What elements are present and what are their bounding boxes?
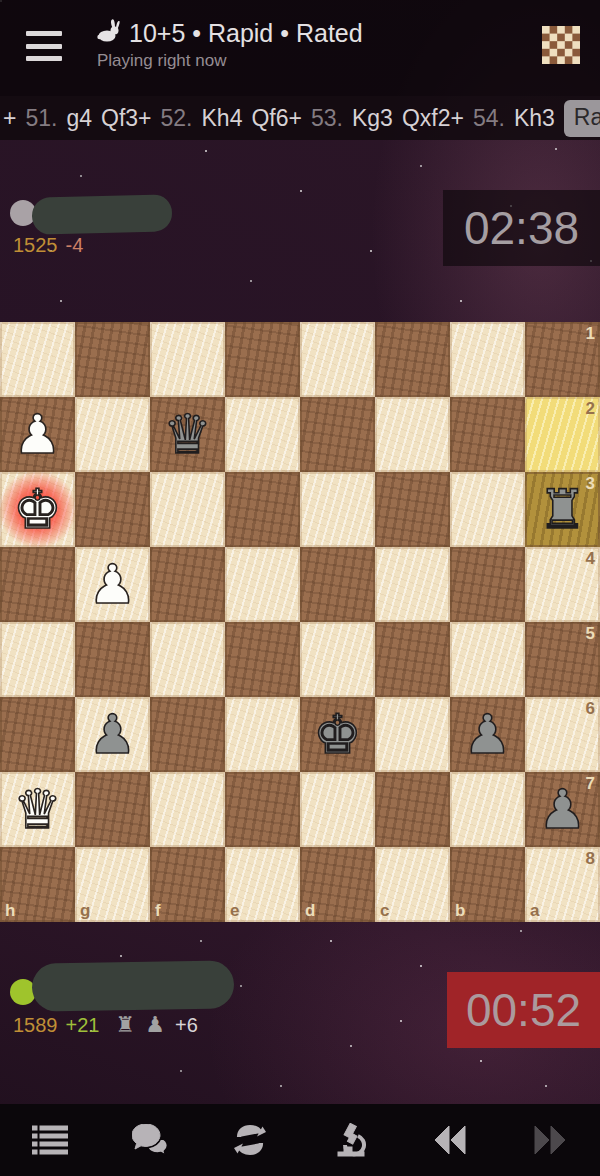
game-title: 10+5 • Rapid • Rated — [129, 19, 363, 48]
square-h8[interactable]: h — [0, 847, 75, 922]
square-d6[interactable]: ♚ — [300, 697, 375, 772]
top-player-rating-diff: -4 — [66, 234, 84, 257]
rank-label-2: 2 — [586, 399, 595, 419]
square-f8[interactable]: f — [150, 847, 225, 922]
rank-label-7: 7 — [586, 774, 595, 794]
move-token[interactable]: Qf3+ — [101, 105, 152, 132]
chat-button[interactable] — [120, 1116, 180, 1164]
game-status: Playing right now — [97, 51, 363, 71]
move-token[interactable]: Kg3 — [352, 105, 393, 132]
top-player-clock: 02:38 — [443, 190, 600, 266]
square-c5[interactable] — [375, 622, 450, 697]
square-g6[interactable]: ♟ — [75, 697, 150, 772]
square-f5[interactable] — [150, 622, 225, 697]
move-token: + — [3, 105, 16, 132]
square-h2[interactable]: ♟ — [0, 397, 75, 472]
square-a2[interactable]: 2 — [525, 397, 600, 472]
move-token[interactable]: Qf6+ — [251, 105, 302, 132]
square-b3[interactable] — [450, 472, 525, 547]
square-c6[interactable] — [375, 697, 450, 772]
square-f4[interactable] — [150, 547, 225, 622]
file-label-d: d — [305, 901, 315, 921]
square-c4[interactable] — [375, 547, 450, 622]
square-a8[interactable]: 8a — [525, 847, 600, 922]
square-e1[interactable] — [225, 322, 300, 397]
square-a3[interactable]: ♜3 — [525, 472, 600, 547]
move-number: 51. — [25, 105, 57, 132]
top-player-rating: 1525 — [13, 234, 58, 257]
rank-label-6: 6 — [586, 699, 595, 719]
square-g3[interactable] — [75, 472, 150, 547]
square-d8[interactable]: d — [300, 847, 375, 922]
square-a6[interactable]: 6 — [525, 697, 600, 772]
square-e3[interactable] — [225, 472, 300, 547]
square-a5[interactable]: 5 — [525, 622, 600, 697]
white-queen-h7: ♛ — [0, 772, 75, 847]
black-queen-f2: ♛ — [150, 397, 225, 472]
black-pawn-b6: ♟ — [450, 697, 525, 772]
square-h7[interactable]: ♛ — [0, 772, 75, 847]
square-b8[interactable]: b — [450, 847, 525, 922]
black-pawn-a7: ♟ — [525, 772, 600, 847]
file-label-e: e — [230, 901, 239, 921]
square-h4[interactable] — [0, 547, 75, 622]
move-token[interactable]: Qxf2+ — [402, 105, 464, 132]
file-label-h: h — [5, 901, 15, 921]
square-d7[interactable] — [300, 772, 375, 847]
square-e4[interactable] — [225, 547, 300, 622]
rank-label-5: 5 — [586, 624, 595, 644]
bottom-player-clock: 00:52 — [447, 972, 600, 1048]
bottom-player-name-redacted[interactable] — [32, 960, 235, 1012]
square-b7[interactable] — [450, 772, 525, 847]
square-g7[interactable] — [75, 772, 150, 847]
file-label-b: b — [455, 901, 465, 921]
rank-label-1: 1 — [586, 324, 595, 344]
app-screen: 10+5 • Rapid • Rated Playing right now +… — [0, 0, 600, 1176]
current-move[interactable]: Ra3# — [564, 100, 600, 137]
flip-board-button[interactable] — [220, 1116, 280, 1164]
square-g1[interactable] — [75, 322, 150, 397]
rank-label-4: 4 — [586, 549, 595, 569]
file-label-c: c — [380, 901, 389, 921]
square-d5[interactable] — [300, 622, 375, 697]
top-app-bar: 10+5 • Rapid • Rated Playing right now — [0, 0, 600, 96]
square-b5[interactable] — [450, 622, 525, 697]
move-list-bar[interactable]: +51.g4Qf3+52.Kh4Qf6+53.Kg3Qxf2+54.Kh3Ra3… — [0, 96, 600, 140]
square-h3[interactable]: ♚ — [0, 472, 75, 547]
square-e2[interactable] — [225, 397, 300, 472]
white-king-h3: ♚ — [0, 472, 75, 547]
move-number: 52. — [161, 105, 193, 132]
bottom-player-rating-row: 1589 +21 ♜ ♟ +6 — [13, 1012, 198, 1038]
square-a1[interactable]: 1 — [525, 322, 600, 397]
square-d2[interactable] — [300, 397, 375, 472]
square-c8[interactable]: c — [375, 847, 450, 922]
file-label-f: f — [155, 901, 161, 921]
move-number: 54. — [473, 105, 505, 132]
square-e8[interactable]: e — [225, 847, 300, 922]
bottom-player-rating-diff: +21 — [66, 1014, 100, 1037]
move-token[interactable]: g4 — [66, 105, 92, 132]
square-c1[interactable] — [375, 322, 450, 397]
move-list-button[interactable] — [20, 1116, 80, 1164]
bottom-toolbar — [0, 1104, 600, 1176]
square-a4[interactable]: 4 — [525, 547, 600, 622]
square-e7[interactable] — [225, 772, 300, 847]
black-rook-a3: ♜ — [525, 472, 600, 547]
black-king-d6: ♚ — [300, 697, 375, 772]
square-g4[interactable]: ♟ — [75, 547, 150, 622]
square-g2[interactable] — [75, 397, 150, 472]
rank-label-8: 8 — [586, 849, 595, 869]
square-c3[interactable] — [375, 472, 450, 547]
game-title-block: 10+5 • Rapid • Rated Playing right now — [95, 18, 363, 71]
file-label-g: g — [80, 901, 90, 921]
menu-icon[interactable] — [26, 31, 62, 61]
black-pawn-g6: ♟ — [75, 697, 150, 772]
square-b1[interactable] — [450, 322, 525, 397]
mini-board-icon[interactable] — [542, 26, 580, 64]
square-f1[interactable] — [150, 322, 225, 397]
square-h1[interactable] — [0, 322, 75, 397]
material-advantage: +6 — [175, 1014, 198, 1037]
analysis-microscope-button[interactable] — [320, 1116, 380, 1164]
square-f2[interactable]: ♛ — [150, 397, 225, 472]
square-f3[interactable] — [150, 472, 225, 547]
top-player-name-redacted[interactable] — [32, 194, 173, 235]
square-b6[interactable]: ♟ — [450, 697, 525, 772]
bottom-player-rating: 1589 — [13, 1014, 58, 1037]
square-b2[interactable] — [450, 397, 525, 472]
move-number: 53. — [311, 105, 343, 132]
square-h6[interactable] — [0, 697, 75, 772]
file-label-a: a — [530, 901, 539, 921]
square-e5[interactable] — [225, 622, 300, 697]
square-f7[interactable] — [150, 772, 225, 847]
white-pawn-g4: ♟ — [75, 547, 150, 622]
white-pawn-h2: ♟ — [0, 397, 75, 472]
square-e6[interactable] — [225, 697, 300, 772]
chess-board[interactable]: 1♟♛2♚♜3♟45♟♚♟6♛♟7hgfedcb8a — [0, 322, 600, 922]
square-g5[interactable] — [75, 622, 150, 697]
move-token[interactable]: Kh4 — [202, 105, 243, 132]
square-b4[interactable] — [450, 547, 525, 622]
square-a7[interactable]: ♟7 — [525, 772, 600, 847]
square-c7[interactable] — [375, 772, 450, 847]
square-c2[interactable] — [375, 397, 450, 472]
square-d3[interactable] — [300, 472, 375, 547]
square-d1[interactable] — [300, 322, 375, 397]
fast-forward-button[interactable] — [520, 1116, 580, 1164]
rabbit-icon — [95, 18, 121, 48]
rank-label-3: 3 — [586, 474, 595, 494]
square-h5[interactable] — [0, 622, 75, 697]
square-g8[interactable]: g — [75, 847, 150, 922]
rewind-button[interactable] — [420, 1116, 480, 1164]
top-player-rating-row: 1525 -4 — [13, 234, 83, 257]
square-d4[interactable] — [300, 547, 375, 622]
captured-pieces: ♜ ♟ — [115, 1012, 167, 1038]
square-f6[interactable] — [150, 697, 225, 772]
move-token[interactable]: Kh3 — [514, 105, 555, 132]
